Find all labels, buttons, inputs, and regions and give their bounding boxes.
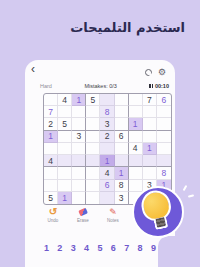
cell-r4c2[interactable] [58,131,72,143]
cell-r5c9[interactable] [157,143,171,155]
cell-r6c6[interactable] [115,155,129,167]
cell-r4c3[interactable]: 3 [72,131,86,143]
cell-r5c3[interactable] [72,143,86,155]
cell-r6c2[interactable] [58,155,72,167]
cell-r8c4[interactable] [86,180,100,192]
cell-r5c6[interactable] [115,143,129,155]
cell-r2c4[interactable] [86,106,100,118]
cell-r6c5[interactable]: 1 [100,155,114,167]
cell-r8c6[interactable]: 8 [115,180,129,192]
cell-r1c4[interactable]: 5 [86,94,100,106]
timer: 00:10 [149,83,169,89]
undo-icon: ↺ [49,207,57,217]
cell-r4c5[interactable]: 2 [100,131,114,143]
cell-r7c5[interactable]: 4 [100,167,114,179]
cell-r3c8[interactable] [143,118,157,130]
cell-r1c1[interactable] [44,94,58,106]
cell-r9c1[interactable]: 5 [44,192,58,204]
cell-r8c1[interactable] [44,180,58,192]
cell-r2c6[interactable] [115,106,129,118]
cell-r2c7[interactable] [129,106,143,118]
toolbar-label: Notes [107,218,119,223]
cell-r1c8[interactable]: 7 [143,94,157,106]
numpad-6[interactable]: 6 [111,243,116,253]
cell-r5c2[interactable] [58,143,72,155]
cell-r9c5[interactable] [100,192,114,204]
cell-r1c7[interactable] [129,94,143,106]
cell-r4c8[interactable] [143,131,157,143]
cell-r4c9[interactable] [157,131,171,143]
numpad-9[interactable]: 9 [151,243,156,253]
nav-icons: ⚙ [145,68,166,77]
cell-r4c1[interactable]: 1 [44,131,58,143]
cell-r1c5[interactable] [100,94,114,106]
cell-r3c2[interactable]: 5 [58,118,72,130]
cell-r9c6[interactable]: 3 [115,192,129,204]
cell-r9c2[interactable]: 1 [58,192,72,204]
cell-r7c2[interactable] [58,167,72,179]
numpad-2[interactable]: 2 [57,243,62,253]
cell-r5c8[interactable]: 1 [143,143,157,155]
cell-r4c4[interactable] [86,131,100,143]
cell-r6c3[interactable] [72,155,86,167]
mistakes-label: Mistakes: 0/3 [84,83,116,89]
pause-icon[interactable] [149,84,152,88]
cell-r5c1[interactable] [44,143,58,155]
cell-r4c6[interactable]: 6 [115,131,129,143]
undo-button[interactable]: ↺Undo [41,207,65,223]
cell-r2c1[interactable]: 7 [44,106,58,118]
cell-r5c7[interactable]: 4 [129,143,143,155]
numpad-8[interactable]: 8 [138,243,143,253]
cell-r8c2[interactable] [58,180,72,192]
cell-r8c3[interactable] [72,180,86,192]
toolbar-label: Erase [77,218,89,223]
notes-button[interactable]: ✎Notes [101,207,125,223]
erase-button[interactable]: Erase [71,207,95,223]
cell-r7c8[interactable] [143,167,157,179]
bulb-base [153,217,168,230]
numpad: 123456789 [44,243,156,253]
cell-r9c3[interactable] [72,192,86,204]
palette-icon[interactable] [145,69,152,76]
cell-r9c4[interactable] [86,192,100,204]
cell-r6c4[interactable] [86,155,100,167]
toolbar: ↺UndoErase✎Notes [41,207,125,223]
promo-title: استخدم التلميحات [70,20,185,35]
sparkle-icon [188,194,194,197]
lightbulb-illustration [130,184,192,244]
numpad-5[interactable]: 5 [97,243,102,253]
cell-r3c4[interactable] [86,118,100,130]
numpad-1[interactable]: 1 [44,243,49,253]
numpad-7[interactable]: 7 [124,243,129,253]
timer-value: 00:10 [155,83,169,89]
toolbar-label: Undo [48,218,59,223]
pencil-icon: ✎ [109,207,117,217]
cell-r2c8[interactable] [143,106,157,118]
cell-r3c9[interactable] [157,118,171,130]
cell-r1c6[interactable] [115,94,129,106]
numpad-3[interactable]: 3 [71,243,76,253]
settings-gear-icon[interactable]: ⚙ [158,68,166,77]
cell-r8c5[interactable]: 6 [100,180,114,192]
cell-r6c7[interactable] [129,155,143,167]
cell-r6c8[interactable] [143,155,157,167]
cell-r1c9[interactable]: 6 [157,94,171,106]
cell-r3c6[interactable] [115,118,129,130]
cell-r7c7[interactable] [129,167,143,179]
numpad-4[interactable]: 4 [84,243,89,253]
page: استخدم التلميحات ‹ ⚙ Hard Mistakes: 0/3 … [0,0,200,267]
cell-r7c4[interactable] [86,167,100,179]
cell-r3c1[interactable]: 2 [44,118,58,130]
sparkle-icon [183,185,188,191]
cell-r1c2[interactable]: 4 [58,94,72,106]
cell-r2c5[interactable]: 8 [100,106,114,118]
cell-r3c3[interactable] [72,118,86,130]
eraser-icon [79,207,87,217]
cell-r2c2[interactable] [58,106,72,118]
back-button[interactable]: ‹ [31,63,35,75]
cell-r2c9[interactable] [157,106,171,118]
difficulty-label: Hard [40,83,52,89]
cell-r7c6[interactable]: 1 [115,167,129,179]
cell-r7c1[interactable] [44,167,58,179]
cell-r3c5[interactable]: 3 [100,118,114,130]
cell-r2c3[interactable] [72,106,86,118]
cell-r5c4[interactable] [86,143,100,155]
cell-r7c3[interactable] [72,167,86,179]
info-row: Hard Mistakes: 0/3 00:10 [40,83,169,89]
cell-r3c7[interactable]: 1 [129,118,143,130]
cell-r7c9[interactable]: 8 [157,167,171,179]
cell-r5c5[interactable] [100,143,114,155]
cell-r1c3[interactable]: 1 [72,94,86,106]
cell-r4c7[interactable] [129,131,143,143]
cell-r6c9[interactable] [157,155,171,167]
cell-r6c1[interactable]: 4 [44,155,58,167]
